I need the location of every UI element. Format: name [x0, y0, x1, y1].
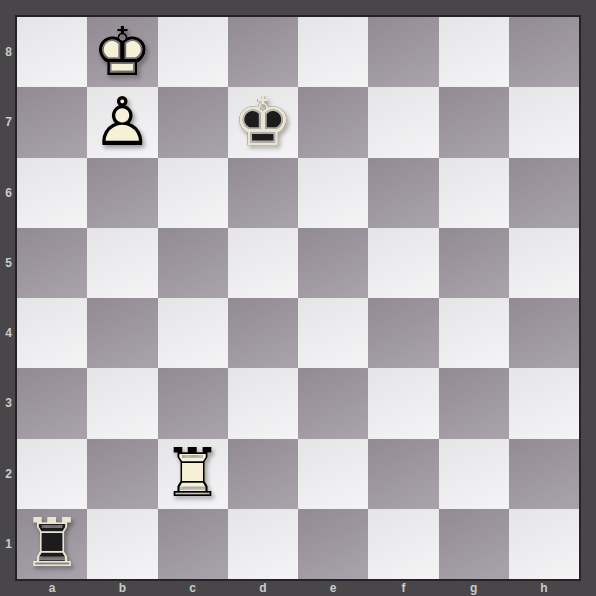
square-b2[interactable] — [87, 439, 157, 509]
square-d5[interactable] — [228, 228, 298, 298]
board-grid: ♚︎♔︎♟︎♙︎♚︎♔︎♜︎♖︎♜︎♖︎ — [17, 17, 579, 579]
file-label-g: g — [439, 579, 509, 596]
square-a6[interactable] — [17, 158, 87, 228]
square-g8[interactable] — [439, 17, 509, 87]
white-pawn[interactable]: ♟︎♙︎ — [87, 87, 157, 157]
square-c1[interactable] — [158, 509, 228, 579]
pawn-fill-glyph: ♟︎ — [87, 87, 157, 157]
square-h6[interactable] — [509, 158, 579, 228]
king-outline-glyph: ♔︎ — [228, 87, 298, 157]
square-e2[interactable] — [298, 439, 368, 509]
square-c8[interactable] — [158, 17, 228, 87]
square-f2[interactable] — [368, 439, 438, 509]
square-e1[interactable] — [298, 509, 368, 579]
black-rook[interactable]: ♜︎♖︎ — [17, 509, 87, 579]
black-king[interactable]: ♚︎♔︎ — [228, 87, 298, 157]
square-g6[interactable] — [439, 158, 509, 228]
square-d6[interactable] — [228, 158, 298, 228]
rook-fill-glyph: ♜︎ — [158, 439, 228, 509]
king-outline-glyph: ♔︎ — [87, 17, 157, 87]
square-f8[interactable] — [368, 17, 438, 87]
file-label-h: h — [509, 579, 579, 596]
chess-board: 87654321 abcdefgh ♚︎♔︎♟︎♙︎♚︎♔︎♜︎♖︎♜︎♖︎ — [0, 0, 596, 596]
square-f5[interactable] — [368, 228, 438, 298]
pawn-outline-glyph: ♙︎ — [87, 87, 157, 157]
square-h8[interactable] — [509, 17, 579, 87]
rank-label-6: 6 — [0, 158, 17, 228]
square-b4[interactable] — [87, 298, 157, 368]
square-d1[interactable] — [228, 509, 298, 579]
square-h1[interactable] — [509, 509, 579, 579]
square-h2[interactable] — [509, 439, 579, 509]
square-d2[interactable] — [228, 439, 298, 509]
square-a3[interactable] — [17, 368, 87, 438]
square-e3[interactable] — [298, 368, 368, 438]
square-c4[interactable] — [158, 298, 228, 368]
file-label-f: f — [368, 579, 438, 596]
square-g2[interactable] — [439, 439, 509, 509]
square-a8[interactable] — [17, 17, 87, 87]
king-fill-glyph: ♚︎ — [228, 87, 298, 157]
square-a4[interactable] — [17, 298, 87, 368]
square-b3[interactable] — [87, 368, 157, 438]
square-c6[interactable] — [158, 158, 228, 228]
square-a7[interactable] — [17, 87, 87, 157]
square-e6[interactable] — [298, 158, 368, 228]
rank-label-5: 5 — [0, 228, 17, 298]
square-a2[interactable] — [17, 439, 87, 509]
file-labels: abcdefgh — [17, 579, 579, 596]
square-d8[interactable] — [228, 17, 298, 87]
square-b7[interactable]: ♟︎♙︎ — [87, 87, 157, 157]
file-label-b: b — [87, 579, 157, 596]
square-e5[interactable] — [298, 228, 368, 298]
white-king[interactable]: ♚︎♔︎ — [87, 17, 157, 87]
square-h7[interactable] — [509, 87, 579, 157]
rank-label-8: 8 — [0, 17, 17, 87]
square-f1[interactable] — [368, 509, 438, 579]
square-g1[interactable] — [439, 509, 509, 579]
rank-labels: 87654321 — [0, 17, 17, 579]
square-h4[interactable] — [509, 298, 579, 368]
square-d3[interactable] — [228, 368, 298, 438]
square-d4[interactable] — [228, 298, 298, 368]
square-b8[interactable]: ♚︎♔︎ — [87, 17, 157, 87]
square-a5[interactable] — [17, 228, 87, 298]
rank-label-3: 3 — [0, 368, 17, 438]
square-g3[interactable] — [439, 368, 509, 438]
square-b1[interactable] — [87, 509, 157, 579]
square-g4[interactable] — [439, 298, 509, 368]
square-f7[interactable] — [368, 87, 438, 157]
king-fill-glyph: ♚︎ — [87, 17, 157, 87]
square-c5[interactable] — [158, 228, 228, 298]
square-h5[interactable] — [509, 228, 579, 298]
square-e7[interactable] — [298, 87, 368, 157]
rank-label-2: 2 — [0, 439, 17, 509]
square-c7[interactable] — [158, 87, 228, 157]
rook-outline-glyph: ♖︎ — [17, 509, 87, 579]
rank-label-4: 4 — [0, 298, 17, 368]
square-b6[interactable] — [87, 158, 157, 228]
square-g7[interactable] — [439, 87, 509, 157]
rook-fill-glyph: ♜︎ — [17, 509, 87, 579]
square-d7[interactable]: ♚︎♔︎ — [228, 87, 298, 157]
file-label-e: e — [298, 579, 368, 596]
square-e8[interactable] — [298, 17, 368, 87]
square-e4[interactable] — [298, 298, 368, 368]
square-c2[interactable]: ♜︎♖︎ — [158, 439, 228, 509]
square-f4[interactable] — [368, 298, 438, 368]
square-f6[interactable] — [368, 158, 438, 228]
square-c3[interactable] — [158, 368, 228, 438]
file-label-d: d — [228, 579, 298, 596]
square-b5[interactable] — [87, 228, 157, 298]
file-label-a: a — [17, 579, 87, 596]
square-a1[interactable]: ♜︎♖︎ — [17, 509, 87, 579]
rank-label-1: 1 — [0, 509, 17, 579]
square-f3[interactable] — [368, 368, 438, 438]
file-label-c: c — [158, 579, 228, 596]
white-rook[interactable]: ♜︎♖︎ — [158, 439, 228, 509]
square-g5[interactable] — [439, 228, 509, 298]
square-h3[interactable] — [509, 368, 579, 438]
rank-label-7: 7 — [0, 87, 17, 157]
rook-outline-glyph: ♖︎ — [158, 439, 228, 509]
